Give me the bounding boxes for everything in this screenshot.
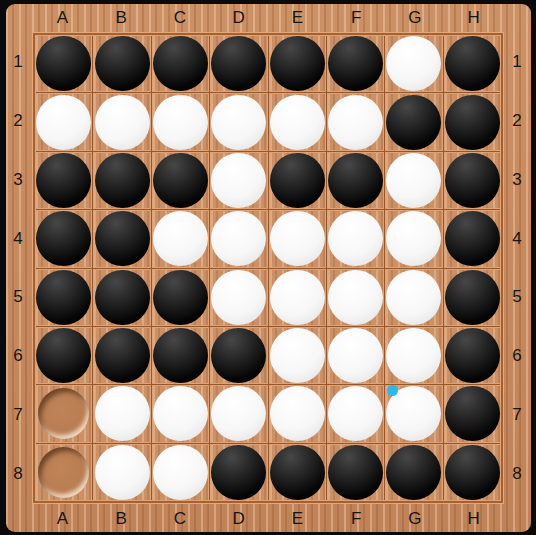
white-disc [153,445,208,500]
column-label-top-F: F [351,8,361,28]
black-disc [445,328,500,383]
cell-C5[interactable] [152,269,209,326]
cell-B8[interactable] [93,444,150,501]
black-disc [95,153,150,208]
cell-A5[interactable] [35,269,92,326]
black-disc [445,211,500,266]
white-disc [270,328,325,383]
cell-C2[interactable] [152,93,209,150]
white-disc [270,211,325,266]
cell-A7[interactable] [35,385,92,442]
white-disc [328,211,383,266]
black-disc [95,270,150,325]
cell-E3[interactable] [269,152,326,209]
white-disc [153,386,208,441]
black-disc [95,36,150,91]
row-label-left-3: 3 [13,170,22,190]
column-label-bottom-B: B [115,509,126,529]
black-disc [445,153,500,208]
black-disc [153,270,208,325]
white-disc [36,95,91,150]
cell-H6[interactable] [444,327,501,384]
white-disc [211,270,266,325]
white-disc [270,270,325,325]
cell-G1[interactable] [385,35,442,92]
white-disc [270,386,325,441]
black-disc [445,95,500,150]
black-disc [445,270,500,325]
black-disc [36,328,91,383]
row-label-right-2: 2 [512,111,521,131]
black-disc [445,36,500,91]
column-label-top-D: D [232,8,244,28]
cell-H8[interactable] [444,444,501,501]
cell-D1[interactable] [210,35,267,92]
cell-H4[interactable] [444,210,501,267]
white-disc [328,328,383,383]
cell-E6[interactable] [269,327,326,384]
column-label-bottom-F: F [351,509,361,529]
last-move-marker [387,385,398,396]
cell-A4[interactable] [35,210,92,267]
row-label-right-8: 8 [512,464,521,484]
cell-D3[interactable] [210,152,267,209]
white-disc [153,211,208,266]
white-disc [386,153,441,208]
column-label-top-E: E [292,8,303,28]
cell-F2[interactable] [327,93,384,150]
column-label-bottom-C: C [174,509,186,529]
black-disc [153,36,208,91]
row-label-right-4: 4 [512,229,521,249]
cell-H7[interactable] [444,385,501,442]
black-disc [36,36,91,91]
cell-E8[interactable] [269,444,326,501]
column-label-bottom-A: A [57,509,68,529]
row-label-left-6: 6 [13,346,22,366]
cell-C3[interactable] [152,152,209,209]
black-disc [328,36,383,91]
white-disc [211,211,266,266]
cell-E1[interactable] [269,35,326,92]
black-disc [445,445,500,500]
white-disc [386,328,441,383]
cell-C6[interactable] [152,327,209,384]
cell-A3[interactable] [35,152,92,209]
board-grid [33,33,503,503]
column-label-top-H: H [467,8,479,28]
white-disc [270,95,325,150]
row-label-right-3: 3 [512,170,521,190]
black-disc [386,445,441,500]
white-disc [211,153,266,208]
cell-G4[interactable] [385,210,442,267]
cell-G6[interactable] [385,327,442,384]
black-disc [211,36,266,91]
white-disc [386,270,441,325]
cell-H5[interactable] [444,269,501,326]
cell-B6[interactable] [93,327,150,384]
row-label-left-1: 1 [13,52,22,72]
empty-square-pit [38,388,89,439]
row-label-left-7: 7 [13,405,22,425]
cell-G8[interactable] [385,444,442,501]
white-disc [386,211,441,266]
column-label-bottom-D: D [232,509,244,529]
white-disc [153,95,208,150]
row-label-left-8: 8 [13,464,22,484]
cell-A2[interactable] [35,93,92,150]
white-disc [95,95,150,150]
cell-B2[interactable] [93,93,150,150]
cell-A1[interactable] [35,35,92,92]
black-disc [211,328,266,383]
black-disc [211,445,266,500]
cell-C7[interactable] [152,385,209,442]
black-disc [95,211,150,266]
column-label-top-A: A [57,8,68,28]
white-disc [328,95,383,150]
cell-A8[interactable] [35,444,92,501]
black-disc [386,95,441,150]
cell-G3[interactable] [385,152,442,209]
black-disc [445,386,500,441]
cell-G5[interactable] [385,269,442,326]
cell-H2[interactable] [444,93,501,150]
row-label-left-4: 4 [13,229,22,249]
cell-A6[interactable] [35,327,92,384]
cell-B5[interactable] [93,269,150,326]
cell-D2[interactable] [210,93,267,150]
cell-D4[interactable] [210,210,267,267]
black-disc [153,328,208,383]
white-disc [328,386,383,441]
cell-C4[interactable] [152,210,209,267]
cell-E5[interactable] [269,269,326,326]
white-disc [386,36,441,91]
column-label-top-G: G [408,8,421,28]
cell-H1[interactable] [444,35,501,92]
cell-B1[interactable] [93,35,150,92]
black-disc [36,270,91,325]
row-label-right-5: 5 [512,287,521,307]
cell-F5[interactable] [327,269,384,326]
row-label-left-2: 2 [13,111,22,131]
column-label-top-C: C [174,8,186,28]
row-label-right-7: 7 [512,405,521,425]
cell-F3[interactable] [327,152,384,209]
white-disc [211,386,266,441]
black-disc [153,153,208,208]
black-disc [36,211,91,266]
cell-B3[interactable] [93,152,150,209]
cell-H3[interactable] [444,152,501,209]
black-disc [328,153,383,208]
cell-F7[interactable] [327,385,384,442]
cell-G2[interactable] [385,93,442,150]
cell-F1[interactable] [327,35,384,92]
cell-B4[interactable] [93,210,150,267]
row-label-left-5: 5 [13,287,22,307]
cell-E4[interactable] [269,210,326,267]
black-disc [95,328,150,383]
white-disc [95,386,150,441]
cell-D8[interactable] [210,444,267,501]
cell-C1[interactable] [152,35,209,92]
cell-C8[interactable] [152,444,209,501]
cell-D6[interactable] [210,327,267,384]
black-disc [270,153,325,208]
black-disc [328,445,383,500]
cell-E7[interactable] [269,385,326,442]
empty-square-pit [38,447,89,498]
column-label-bottom-G: G [408,509,421,529]
column-label-top-B: B [115,8,126,28]
white-disc [95,445,150,500]
cell-F4[interactable] [327,210,384,267]
cell-D5[interactable] [210,269,267,326]
othello-game-screen: AABBCCDDEEFFGGHH1122334455667788 [0,0,536,535]
white-disc [211,95,266,150]
black-disc [36,153,91,208]
cell-E2[interactable] [269,93,326,150]
column-label-bottom-H: H [467,509,479,529]
cell-B7[interactable] [93,385,150,442]
row-label-right-1: 1 [512,52,521,72]
cell-F6[interactable] [327,327,384,384]
white-disc [328,270,383,325]
cell-D7[interactable] [210,385,267,442]
black-disc [270,36,325,91]
cell-F8[interactable] [327,444,384,501]
column-label-bottom-E: E [292,509,303,529]
black-disc [270,445,325,500]
row-label-right-6: 6 [512,346,521,366]
